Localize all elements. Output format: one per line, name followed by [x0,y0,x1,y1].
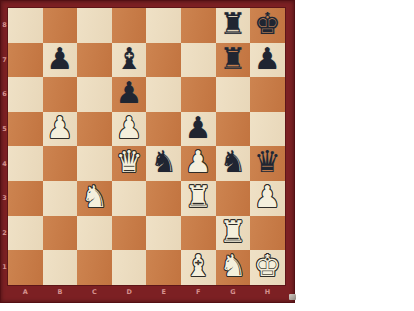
black-pawn: ♟ [46,43,73,77]
square-b5[interactable]: ♟ [43,112,78,147]
square-c6[interactable] [77,77,112,112]
black-bishop: ♝ [116,43,143,77]
black-knight: ♞ [219,146,246,180]
black-pawn: ♟ [116,77,143,111]
square-a3[interactable] [8,181,43,216]
file-label-b: B [43,286,78,297]
square-b7[interactable]: ♟ [43,43,78,78]
white-rook: ♜ [219,216,246,250]
white-king: ♚ [254,250,281,284]
rank-label-8: 8 [1,8,8,43]
square-h7[interactable]: ♟ [250,43,285,78]
square-h4[interactable]: ♛ [250,146,285,181]
square-e5[interactable] [146,112,181,147]
rank-label-1: 1 [1,250,8,285]
black-pawn: ♟ [254,43,281,77]
square-f2[interactable] [181,216,216,251]
file-label-c: C [77,286,112,297]
board-squares: ♜♚♟♝♜♟♟♟♟♟♛♞♟♞♛♞♜♟♜♝♞♚ [8,8,285,285]
black-queen: ♛ [254,146,281,180]
square-a5[interactable] [8,112,43,147]
square-c8[interactable] [77,8,112,43]
square-b3[interactable] [43,181,78,216]
square-b1[interactable] [43,250,78,285]
white-pawn: ♟ [185,146,212,180]
square-c5[interactable] [77,112,112,147]
white-pawn: ♟ [46,112,73,146]
rank-label-7: 7 [1,43,8,78]
square-d7[interactable]: ♝ [112,43,147,78]
file-label-f: F [181,286,216,297]
white-rook: ♜ [185,181,212,215]
square-e4[interactable]: ♞ [146,146,181,181]
black-rook: ♜ [219,8,246,42]
white-queen: ♛ [116,146,143,180]
rank-label-4: 4 [1,146,8,181]
chess-board: ♜♚♟♝♜♟♟♟♟♟♛♞♟♞♛♞♜♟♜♝♞♚ 87654321 ABCDEFGH [0,0,295,303]
square-c1[interactable] [77,250,112,285]
black-king: ♚ [254,8,281,42]
square-d5[interactable]: ♟ [112,112,147,147]
file-label-h: H [250,286,285,297]
square-d6[interactable]: ♟ [112,77,147,112]
square-e6[interactable] [146,77,181,112]
white-pawn: ♟ [254,181,281,215]
rank-label-3: 3 [1,181,8,216]
rank-label-6: 6 [1,77,8,112]
square-a1[interactable] [8,250,43,285]
square-b6[interactable] [43,77,78,112]
square-a6[interactable] [8,77,43,112]
black-rook: ♜ [219,43,246,77]
square-g4[interactable]: ♞ [216,146,251,181]
square-d1[interactable] [112,250,147,285]
square-d3[interactable] [112,181,147,216]
square-f3[interactable]: ♜ [181,181,216,216]
square-b2[interactable] [43,216,78,251]
file-label-e: E [146,286,181,297]
square-a4[interactable] [8,146,43,181]
square-h5[interactable] [250,112,285,147]
square-f5[interactable]: ♟ [181,112,216,147]
square-g7[interactable]: ♜ [216,43,251,78]
square-e7[interactable] [146,43,181,78]
square-g3[interactable] [216,181,251,216]
rank-labels: 87654321 [1,8,8,285]
square-d4[interactable]: ♛ [112,146,147,181]
square-h6[interactable] [250,77,285,112]
square-g8[interactable]: ♜ [216,8,251,43]
square-g5[interactable] [216,112,251,147]
rank-label-5: 5 [1,112,8,147]
square-g6[interactable] [216,77,251,112]
square-c7[interactable] [77,43,112,78]
square-e8[interactable] [146,8,181,43]
square-a7[interactable] [8,43,43,78]
white-bishop: ♝ [185,250,212,284]
white-knight: ♞ [81,181,108,215]
square-e3[interactable] [146,181,181,216]
square-h8[interactable]: ♚ [250,8,285,43]
square-d2[interactable] [112,216,147,251]
black-pawn: ♟ [185,112,212,146]
square-f7[interactable] [181,43,216,78]
square-g1[interactable]: ♞ [216,250,251,285]
file-labels: ABCDEFGH [8,286,285,297]
square-b8[interactable] [43,8,78,43]
square-e1[interactable] [146,250,181,285]
file-label-g: G [216,286,251,297]
square-d8[interactable] [112,8,147,43]
square-f6[interactable] [181,77,216,112]
square-h3[interactable]: ♟ [250,181,285,216]
square-c4[interactable] [77,146,112,181]
square-c3[interactable]: ♞ [77,181,112,216]
square-h1[interactable]: ♚ [250,250,285,285]
white-pawn: ♟ [116,112,143,146]
rank-label-2: 2 [1,216,8,251]
square-f4[interactable]: ♟ [181,146,216,181]
page-background: ♜♚♟♝♜♟♟♟♟♟♛♞♟♞♛♞♜♟♜♝♞♚ 87654321 ABCDEFGH [0,0,414,311]
publisher-mark-icon [289,294,296,300]
square-f8[interactable] [181,8,216,43]
square-f1[interactable]: ♝ [181,250,216,285]
black-knight: ♞ [150,146,177,180]
square-c2[interactable] [77,216,112,251]
square-b4[interactable] [43,146,78,181]
file-label-d: D [112,286,147,297]
square-a2[interactable] [8,216,43,251]
square-g2[interactable]: ♜ [216,216,251,251]
square-h2[interactable] [250,216,285,251]
white-knight: ♞ [219,250,246,284]
square-e2[interactable] [146,216,181,251]
file-label-a: A [8,286,43,297]
square-a8[interactable] [8,8,43,43]
